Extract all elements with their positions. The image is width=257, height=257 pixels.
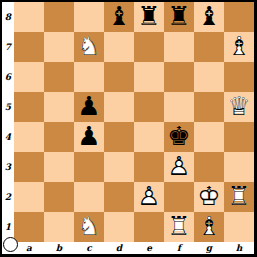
square-h2[interactable]: ♜♖ [224,182,254,212]
square-e3[interactable] [134,152,164,182]
square-a2[interactable] [14,182,44,212]
white-rook-icon: ♜♖ [224,182,254,212]
black-bishop-fill: ♝ [104,2,134,32]
square-c4[interactable]: ♟ [74,122,104,152]
white-king-fill: ♚ [194,182,224,212]
square-g5[interactable] [194,92,224,122]
white-rook-outline: ♖ [224,182,254,212]
file-labels: abcdefgh [14,242,254,254]
square-b7[interactable] [44,32,74,62]
black-king-fill: ♚ [164,122,194,152]
square-b3[interactable] [44,152,74,182]
rank-label-5: 5 [2,92,14,122]
white-pawn-icon: ♟♙ [164,152,194,182]
square-b8[interactable] [44,2,74,32]
square-a8[interactable] [14,2,44,32]
square-f8[interactable]: ♜ [164,2,194,32]
square-d8[interactable]: ♝ [104,2,134,32]
white-knight-fill: ♞ [74,32,104,62]
file-label-c: c [74,242,104,254]
square-f1[interactable]: ♜♖ [164,212,194,242]
square-f4[interactable]: ♚ [164,122,194,152]
square-g8[interactable]: ♝ [194,2,224,32]
square-c5[interactable]: ♟ [74,92,104,122]
square-b2[interactable] [44,182,74,212]
white-bishop-icon: ♝♗ [194,212,224,242]
square-b4[interactable] [44,122,74,152]
square-d5[interactable] [104,92,134,122]
white-to-move-indicator [3,237,18,252]
white-knight-icon: ♞♘ [74,32,104,62]
rank-label-4: 4 [2,122,14,152]
white-knight-outline: ♘ [74,32,104,62]
white-rook-fill: ♜ [164,212,194,242]
square-a4[interactable] [14,122,44,152]
square-b6[interactable] [44,62,74,92]
square-c3[interactable] [74,152,104,182]
white-bishop-outline: ♗ [194,212,224,242]
square-e1[interactable] [134,212,164,242]
square-g6[interactable] [194,62,224,92]
white-rook-outline: ♖ [164,212,194,242]
chess-board: ♝♜♜♝♞♘♝♗♟♛♕♟♚♟♙♟♙♚♔♜♖♞♘♜♖♝♗ [14,2,254,242]
white-queen-outline: ♕ [224,92,254,122]
square-a5[interactable] [14,92,44,122]
rank-label-2: 2 [2,182,14,212]
white-bishop-fill: ♝ [194,212,224,242]
square-h1[interactable] [224,212,254,242]
square-c8[interactable] [74,2,104,32]
white-rook-fill: ♜ [224,182,254,212]
square-a6[interactable] [14,62,44,92]
white-bishop-fill: ♝ [224,32,254,62]
black-pawn-icon: ♟ [74,92,104,122]
square-d4[interactable] [104,122,134,152]
square-d2[interactable] [104,182,134,212]
white-queen-fill: ♛ [224,92,254,122]
white-rook-icon: ♜♖ [164,212,194,242]
white-pawn-icon: ♟♙ [134,182,164,212]
black-bishop-fill: ♝ [194,2,224,32]
square-f3[interactable]: ♟♙ [164,152,194,182]
black-pawn-fill: ♟ [74,122,104,152]
square-h8[interactable] [224,2,254,32]
square-f7[interactable] [164,32,194,62]
black-rook-fill: ♜ [164,2,194,32]
white-king-icon: ♚♔ [194,182,224,212]
chess-diagram: 87654321 ♝♜♜♝♞♘♝♗♟♛♕♟♚♟♙♟♙♚♔♜♖♞♘♜♖♝♗ abc… [0,0,257,257]
square-g4[interactable] [194,122,224,152]
white-king-outline: ♔ [194,182,224,212]
rank-label-3: 3 [2,152,14,182]
white-pawn-outline: ♙ [164,152,194,182]
white-queen-icon: ♛♕ [224,92,254,122]
square-c1[interactable]: ♞♘ [74,212,104,242]
file-label-f: f [164,242,194,254]
white-knight-icon: ♞♘ [74,212,104,242]
square-c7[interactable]: ♞♘ [74,32,104,62]
rank-label-8: 8 [2,2,14,32]
file-label-h: h [224,242,254,254]
square-h7[interactable]: ♝♗ [224,32,254,62]
square-e4[interactable] [134,122,164,152]
square-d7[interactable] [104,32,134,62]
black-rook-icon: ♜ [164,2,194,32]
rank-label-7: 7 [2,32,14,62]
black-pawn-fill: ♟ [74,92,104,122]
square-a7[interactable] [14,32,44,62]
file-label-e: e [134,242,164,254]
file-label-b: b [44,242,74,254]
square-h4[interactable] [224,122,254,152]
square-f2[interactable] [164,182,194,212]
square-a3[interactable] [14,152,44,182]
black-king-icon: ♚ [164,122,194,152]
square-f5[interactable] [164,92,194,122]
diagram-inner: 87654321 ♝♜♜♝♞♘♝♗♟♛♕♟♚♟♙♟♙♚♔♜♖♞♘♜♖♝♗ abc… [2,2,254,254]
black-rook-fill: ♜ [134,2,164,32]
white-knight-outline: ♘ [74,212,104,242]
square-g1[interactable]: ♝♗ [194,212,224,242]
square-e6[interactable] [134,62,164,92]
square-f6[interactable] [164,62,194,92]
black-rook-icon: ♜ [134,2,164,32]
file-label-d: d [104,242,134,254]
square-b1[interactable] [44,212,74,242]
white-pawn-fill: ♟ [164,152,194,182]
square-h5[interactable]: ♛♕ [224,92,254,122]
rank-label-6: 6 [2,62,14,92]
black-pawn-icon: ♟ [74,122,104,152]
white-pawn-fill: ♟ [134,182,164,212]
square-e7[interactable] [134,32,164,62]
square-c2[interactable] [74,182,104,212]
white-pawn-outline: ♙ [134,182,164,212]
white-bishop-icon: ♝♗ [224,32,254,62]
square-g3[interactable] [194,152,224,182]
square-e5[interactable] [134,92,164,122]
square-d1[interactable] [104,212,134,242]
white-bishop-outline: ♗ [224,32,254,62]
black-bishop-icon: ♝ [104,2,134,32]
square-e8[interactable]: ♜ [134,2,164,32]
square-h6[interactable] [224,62,254,92]
square-d3[interactable] [104,152,134,182]
square-a1[interactable] [14,212,44,242]
square-g2[interactable]: ♚♔ [194,182,224,212]
square-h3[interactable] [224,152,254,182]
black-bishop-icon: ♝ [194,2,224,32]
rank-labels: 87654321 [2,2,14,242]
white-knight-fill: ♞ [74,212,104,242]
square-g7[interactable] [194,32,224,62]
square-e2[interactable]: ♟♙ [134,182,164,212]
square-c6[interactable] [74,62,104,92]
square-b5[interactable] [44,92,74,122]
file-label-g: g [194,242,224,254]
square-d6[interactable] [104,62,134,92]
file-label-a: a [14,242,44,254]
